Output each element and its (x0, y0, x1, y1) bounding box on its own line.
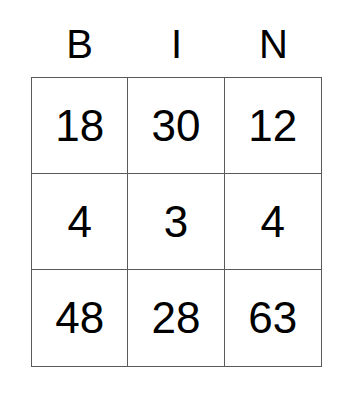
bingo-cell-r2c1[interactable]: 4 (32, 174, 128, 270)
bingo-card: B I N 18 30 12 4 3 4 48 28 63 (0, 0, 353, 400)
bingo-cell-r1c3[interactable]: 12 (225, 78, 321, 174)
bingo-header-row: B I N (31, 18, 322, 70)
bingo-cell-r1c2[interactable]: 30 (128, 78, 224, 174)
bingo-cell-r1c1[interactable]: 18 (32, 78, 128, 174)
header-letter-b: B (31, 18, 128, 70)
header-letter-n: N (225, 18, 322, 70)
bingo-grid: 18 30 12 4 3 4 48 28 63 (31, 77, 322, 367)
header-letter-i: I (128, 18, 225, 70)
bingo-cell-r3c1[interactable]: 48 (32, 270, 128, 366)
bingo-cell-r2c2[interactable]: 3 (128, 174, 224, 270)
bingo-cell-r3c3[interactable]: 63 (225, 270, 321, 366)
bingo-cell-r3c2[interactable]: 28 (128, 270, 224, 366)
bingo-cell-r2c3[interactable]: 4 (225, 174, 321, 270)
